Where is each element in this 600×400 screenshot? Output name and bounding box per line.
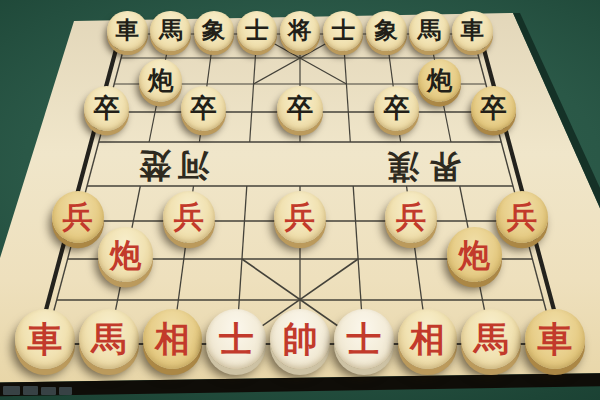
- piece-red-advisor[interactable]: 士: [334, 309, 394, 369]
- glyph-black-chariot: 車: [116, 19, 140, 43]
- glyph-red-advisor: 士: [219, 322, 254, 357]
- piece-black-horse[interactable]: 馬: [409, 11, 450, 52]
- glyph-black-cannon: 炮: [148, 68, 173, 93]
- piece-red-chariot[interactable]: 車: [525, 309, 585, 369]
- piece-red-elephant[interactable]: 相: [143, 309, 203, 369]
- glyph-red-elephant: 相: [410, 322, 445, 357]
- glyph-black-advisor: 士: [245, 19, 269, 43]
- piece-black-soldier[interactable]: 卒: [181, 86, 226, 131]
- glyph-black-soldier: 卒: [480, 95, 506, 121]
- piece-red-cannon[interactable]: 炮: [447, 227, 502, 282]
- glyph-red-soldier: 兵: [174, 202, 204, 232]
- piece-black-soldier[interactable]: 卒: [471, 86, 516, 131]
- piece-red-soldier[interactable]: 兵: [496, 191, 548, 243]
- glyph-red-soldier: 兵: [396, 202, 426, 232]
- piece-black-soldier[interactable]: 卒: [84, 86, 129, 131]
- piece-black-advisor[interactable]: 士: [237, 11, 278, 52]
- glyph-black-soldier: 卒: [190, 95, 216, 121]
- piece-red-soldier[interactable]: 兵: [163, 191, 215, 243]
- glyph-black-soldier: 卒: [287, 95, 313, 121]
- piece-red-advisor[interactable]: 士: [206, 309, 266, 369]
- piece-black-chariot[interactable]: 車: [107, 11, 148, 52]
- glyph-red-cannon: 炮: [110, 239, 142, 271]
- piece-red-chariot[interactable]: 車: [15, 309, 75, 369]
- glyph-black-chariot: 車: [461, 19, 485, 43]
- piece-black-horse[interactable]: 馬: [150, 11, 191, 52]
- glyph-black-horse: 馬: [418, 19, 442, 43]
- glyph-red-soldier: 兵: [63, 202, 93, 232]
- glyph-red-chariot: 車: [538, 322, 573, 357]
- glyph-black-elephant: 象: [375, 19, 399, 43]
- glyph-black-soldier: 卒: [94, 95, 120, 121]
- glyph-red-soldier: 兵: [285, 202, 315, 232]
- piece-black-cannon[interactable]: 炮: [418, 59, 462, 103]
- piece-red-cannon[interactable]: 炮: [98, 227, 153, 282]
- xiangqi-board-photo: 楚河漢界 車馬象士将士象馬車炮炮卒卒卒卒卒兵兵兵兵兵炮炮車馬相士帥士相馬車: [0, 0, 600, 400]
- glyph-black-general: 将: [288, 19, 312, 43]
- glyph-black-soldier: 卒: [383, 95, 409, 121]
- glyph-red-horse: 馬: [91, 322, 126, 357]
- glyph-black-elephant: 象: [202, 19, 226, 43]
- glyph-black-advisor: 士: [331, 19, 355, 43]
- piece-black-advisor[interactable]: 士: [323, 11, 364, 52]
- glyph-red-chariot: 車: [28, 322, 63, 357]
- piece-red-horse[interactable]: 馬: [79, 309, 139, 369]
- piece-red-soldier[interactable]: 兵: [385, 191, 437, 243]
- glyph-red-soldier: 兵: [507, 202, 537, 232]
- piece-red-horse[interactable]: 馬: [461, 309, 521, 369]
- glyph-black-cannon: 炮: [427, 68, 452, 93]
- glyph-red-general: 帥: [283, 322, 318, 357]
- piece-black-chariot[interactable]: 車: [452, 11, 493, 52]
- piece-black-cannon[interactable]: 炮: [139, 59, 183, 103]
- piece-red-general[interactable]: 帥: [270, 309, 330, 369]
- piece-black-elephant[interactable]: 象: [194, 11, 235, 52]
- glyph-red-elephant: 相: [155, 322, 190, 357]
- glyph-red-cannon: 炮: [458, 239, 490, 271]
- piece-red-soldier[interactable]: 兵: [274, 191, 326, 243]
- piece-red-soldier[interactable]: 兵: [52, 191, 104, 243]
- piece-black-soldier[interactable]: 卒: [374, 86, 419, 131]
- piece-black-elephant[interactable]: 象: [366, 11, 407, 52]
- piece-black-general[interactable]: 将: [280, 11, 321, 52]
- glyph-red-advisor: 士: [346, 322, 381, 357]
- piece-black-soldier[interactable]: 卒: [277, 86, 322, 131]
- piece-red-elephant[interactable]: 相: [398, 309, 458, 369]
- glyph-red-horse: 馬: [474, 322, 509, 357]
- pieces-layer: 車馬象士将士象馬車炮炮卒卒卒卒卒兵兵兵兵兵炮炮車馬相士帥士相馬車: [0, 0, 600, 400]
- glyph-black-horse: 馬: [159, 19, 183, 43]
